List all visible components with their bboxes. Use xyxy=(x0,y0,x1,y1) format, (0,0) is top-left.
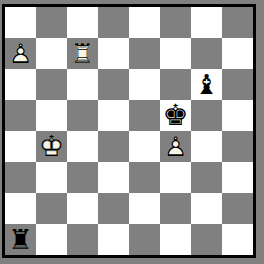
king-outline-glyph: ♔ xyxy=(36,131,67,162)
square-c1[interactable] xyxy=(67,224,98,255)
white-rook-c7[interactable]: ♜♖ xyxy=(67,38,98,69)
square-d7[interactable] xyxy=(98,38,129,69)
square-d8[interactable] xyxy=(98,7,129,38)
square-b3[interactable] xyxy=(36,162,67,193)
square-b8[interactable] xyxy=(36,7,67,38)
square-b5[interactable] xyxy=(36,100,67,131)
board-grid: ♟♙♜♖♝♚♚♔♟♙♜ xyxy=(5,7,253,255)
square-a7[interactable]: ♟♙ xyxy=(5,38,36,69)
square-h2[interactable] xyxy=(222,193,253,224)
square-e7[interactable] xyxy=(129,38,160,69)
chess-board: ♟♙♜♖♝♚♚♔♟♙♜ xyxy=(2,4,256,258)
square-b6[interactable] xyxy=(36,69,67,100)
square-g2[interactable] xyxy=(191,193,222,224)
square-h1[interactable] xyxy=(222,224,253,255)
pawn-outline-glyph: ♙ xyxy=(5,38,36,69)
square-e5[interactable] xyxy=(129,100,160,131)
square-c2[interactable] xyxy=(67,193,98,224)
square-d2[interactable] xyxy=(98,193,129,224)
square-b2[interactable] xyxy=(36,193,67,224)
square-a1[interactable]: ♜ xyxy=(5,224,36,255)
square-c5[interactable] xyxy=(67,100,98,131)
square-e8[interactable] xyxy=(129,7,160,38)
pawn-outline-glyph: ♙ xyxy=(160,131,191,162)
square-e2[interactable] xyxy=(129,193,160,224)
white-pawn-f4[interactable]: ♟♙ xyxy=(160,131,191,162)
square-c3[interactable] xyxy=(67,162,98,193)
square-f8[interactable] xyxy=(160,7,191,38)
square-f7[interactable] xyxy=(160,38,191,69)
king-fill-glyph: ♚ xyxy=(160,100,191,131)
square-a3[interactable] xyxy=(5,162,36,193)
white-king-b4[interactable]: ♚♔ xyxy=(36,131,67,162)
square-e4[interactable] xyxy=(129,131,160,162)
square-h7[interactable] xyxy=(222,38,253,69)
square-c7[interactable]: ♜♖ xyxy=(67,38,98,69)
square-f6[interactable] xyxy=(160,69,191,100)
square-f2[interactable] xyxy=(160,193,191,224)
square-a5[interactable] xyxy=(5,100,36,131)
square-c6[interactable] xyxy=(67,69,98,100)
square-b4[interactable]: ♚♔ xyxy=(36,131,67,162)
square-f3[interactable] xyxy=(160,162,191,193)
square-c8[interactable] xyxy=(67,7,98,38)
square-a6[interactable] xyxy=(5,69,36,100)
square-a2[interactable] xyxy=(5,193,36,224)
black-king-f5[interactable]: ♚ xyxy=(160,100,191,131)
square-d5[interactable] xyxy=(98,100,129,131)
square-a8[interactable] xyxy=(5,7,36,38)
black-bishop-g6[interactable]: ♝ xyxy=(191,69,222,100)
square-d1[interactable] xyxy=(98,224,129,255)
square-f1[interactable] xyxy=(160,224,191,255)
bishop-fill-glyph: ♝ xyxy=(191,69,222,100)
square-g4[interactable] xyxy=(191,131,222,162)
black-rook-a1[interactable]: ♜ xyxy=(5,224,36,255)
square-h8[interactable] xyxy=(222,7,253,38)
square-h4[interactable] xyxy=(222,131,253,162)
square-e1[interactable] xyxy=(129,224,160,255)
square-h5[interactable] xyxy=(222,100,253,131)
white-pawn-a7[interactable]: ♟♙ xyxy=(5,38,36,69)
square-b1[interactable] xyxy=(36,224,67,255)
square-d6[interactable] xyxy=(98,69,129,100)
square-h3[interactable] xyxy=(222,162,253,193)
square-g6[interactable]: ♝ xyxy=(191,69,222,100)
square-g1[interactable] xyxy=(191,224,222,255)
square-d3[interactable] xyxy=(98,162,129,193)
square-e6[interactable] xyxy=(129,69,160,100)
square-a4[interactable] xyxy=(5,131,36,162)
square-f5[interactable]: ♚ xyxy=(160,100,191,131)
square-d4[interactable] xyxy=(98,131,129,162)
square-f4[interactable]: ♟♙ xyxy=(160,131,191,162)
square-g8[interactable] xyxy=(191,7,222,38)
square-e3[interactable] xyxy=(129,162,160,193)
square-c4[interactable] xyxy=(67,131,98,162)
rook-outline-glyph: ♖ xyxy=(67,38,98,69)
square-b7[interactable] xyxy=(36,38,67,69)
square-h6[interactable] xyxy=(222,69,253,100)
square-g5[interactable] xyxy=(191,100,222,131)
rook-fill-glyph: ♜ xyxy=(5,224,36,255)
square-g7[interactable] xyxy=(191,38,222,69)
square-g3[interactable] xyxy=(191,162,222,193)
